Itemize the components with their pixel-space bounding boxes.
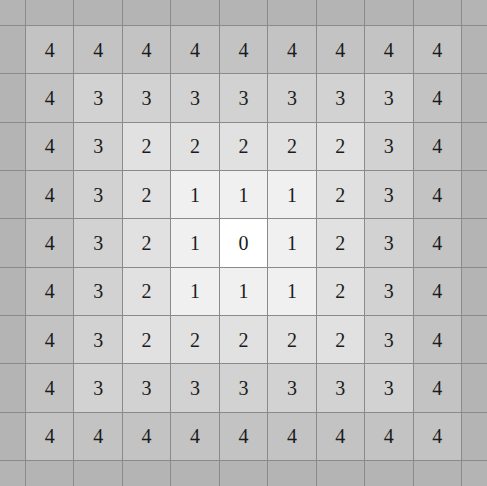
border-cell	[462, 123, 487, 170]
grid-cell: 3	[220, 74, 267, 121]
grid-cell: 4	[365, 413, 412, 460]
border-cell	[171, 461, 218, 486]
border-cell	[462, 413, 487, 460]
border-cell	[0, 171, 25, 218]
grid-cell: 2	[123, 219, 170, 266]
border-cell	[462, 461, 487, 486]
grid-cell: 4	[74, 413, 121, 460]
grid-cell: 2	[317, 219, 364, 266]
grid-cell: 3	[365, 364, 412, 411]
grid-cell: 4	[123, 413, 170, 460]
border-cell	[462, 268, 487, 315]
grid-cell: 2	[268, 123, 315, 170]
grid-cell: 4	[220, 413, 267, 460]
border-cell	[462, 364, 487, 411]
grid-cell: 3	[268, 74, 315, 121]
grid-cell: 4	[26, 268, 73, 315]
border-cell	[220, 461, 267, 486]
grid-cell: 2	[317, 123, 364, 170]
border-cell	[365, 461, 412, 486]
grid-cell: 4	[220, 26, 267, 73]
border-cell	[220, 0, 267, 25]
border-cell	[414, 0, 461, 25]
grid-cell: 4	[365, 26, 412, 73]
border-cell	[0, 316, 25, 363]
grid-cell: 4	[414, 364, 461, 411]
grid-cell: 4	[414, 171, 461, 218]
border-cell	[0, 0, 25, 25]
grid-cell: 1	[171, 268, 218, 315]
grid-cell: 2	[123, 268, 170, 315]
grid-cell: 4	[317, 413, 364, 460]
border-cell	[268, 461, 315, 486]
grid-cell: 3	[74, 74, 121, 121]
border-cell	[268, 0, 315, 25]
border-cell	[26, 0, 73, 25]
grid-cell: 2	[220, 316, 267, 363]
grid-cell: 4	[123, 26, 170, 73]
grid-cell: 3	[74, 364, 121, 411]
grid-cell: 3	[365, 219, 412, 266]
grid-cell: 4	[414, 123, 461, 170]
grid-cell: 4	[26, 413, 73, 460]
grid-cell: 4	[414, 26, 461, 73]
grid-cell: 4	[26, 74, 73, 121]
grid-cell: 3	[365, 171, 412, 218]
border-cell	[365, 0, 412, 25]
grid-cell: 4	[268, 26, 315, 73]
grid-cell: 1	[268, 268, 315, 315]
border-cell	[462, 26, 487, 73]
border-cell	[317, 0, 364, 25]
grid-cell: 4	[26, 171, 73, 218]
border-cell	[0, 268, 25, 315]
border-cell	[0, 413, 25, 460]
grid-cell: 3	[171, 364, 218, 411]
border-cell	[74, 461, 121, 486]
grid-cell: 2	[123, 123, 170, 170]
grid-cell: 4	[414, 74, 461, 121]
grid-cell: 3	[220, 364, 267, 411]
grid-cell: 3	[317, 74, 364, 121]
grid-cell: 3	[171, 74, 218, 121]
grid-cell: 3	[74, 123, 121, 170]
grid-cell: 3	[74, 316, 121, 363]
grid-cell: 4	[414, 219, 461, 266]
grid-cell: 3	[268, 364, 315, 411]
grid-cell: 3	[123, 74, 170, 121]
grid-cell: 4	[317, 26, 364, 73]
grid-cell: 3	[365, 316, 412, 363]
grid-cell: 4	[26, 26, 73, 73]
grid-cell: 2	[317, 171, 364, 218]
border-cell	[0, 123, 25, 170]
grid-cell: 1	[268, 219, 315, 266]
grid-cell: 2	[171, 316, 218, 363]
grid-cell: 1	[171, 219, 218, 266]
border-cell	[462, 219, 487, 266]
grid-cell: 3	[365, 268, 412, 315]
grid-cell: 4	[74, 26, 121, 73]
distance-grid-board: 4444444444333333344322222344321112344321…	[0, 0, 487, 486]
grid-cell: 2	[171, 123, 218, 170]
border-cell	[462, 316, 487, 363]
border-cell	[171, 0, 218, 25]
grid-cell: 3	[74, 268, 121, 315]
grid-cell: 4	[268, 413, 315, 460]
grid-cell: 4	[26, 219, 73, 266]
grid-cell: 2	[220, 123, 267, 170]
grid-cell: 2	[123, 316, 170, 363]
grid-cell: 3	[74, 219, 121, 266]
border-cell	[123, 461, 170, 486]
border-cell	[414, 461, 461, 486]
border-cell	[0, 219, 25, 266]
grid-cell: 4	[26, 123, 73, 170]
grid-cell: 3	[317, 364, 364, 411]
grid-cell: 4	[26, 364, 73, 411]
border-cell	[0, 74, 25, 121]
border-cell	[0, 364, 25, 411]
border-cell	[0, 26, 25, 73]
grid-cell: 1	[220, 268, 267, 315]
border-cell	[462, 171, 487, 218]
grid-cell: 4	[414, 316, 461, 363]
grid-cell: 2	[268, 316, 315, 363]
grid-cell: 4	[171, 26, 218, 73]
border-cell	[317, 461, 364, 486]
grid-cell: 4	[414, 268, 461, 315]
border-cell	[462, 74, 487, 121]
grid-cell: 4	[26, 316, 73, 363]
grid-cell: 2	[317, 316, 364, 363]
border-cell	[123, 0, 170, 25]
border-cell	[0, 461, 25, 486]
grid-cell: 3	[365, 74, 412, 121]
grid-cell: 3	[74, 171, 121, 218]
grid-cell: 1	[171, 171, 218, 218]
grid-cell: 3	[123, 364, 170, 411]
grid-cell: 0	[220, 219, 267, 266]
grid-cell: 1	[268, 171, 315, 218]
grid-cell: 3	[365, 123, 412, 170]
grid-cell: 1	[220, 171, 267, 218]
border-cell	[74, 0, 121, 25]
grid-cell: 4	[171, 413, 218, 460]
grid-cell: 2	[123, 171, 170, 218]
grid-cell: 4	[414, 413, 461, 460]
grid-cell: 2	[317, 268, 364, 315]
border-cell	[26, 461, 73, 486]
border-cell	[462, 0, 487, 25]
